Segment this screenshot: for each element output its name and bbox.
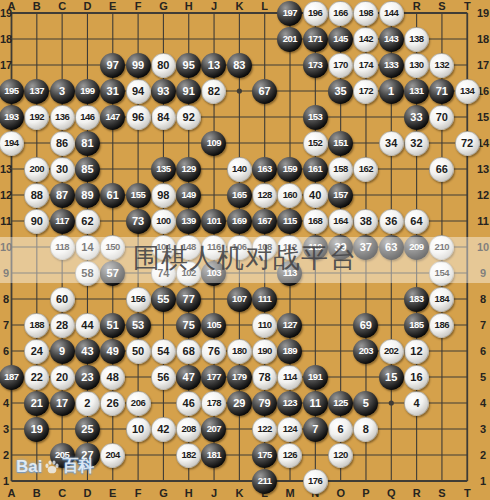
stone-C12: 87	[50, 183, 75, 208]
stone-R14: 32	[404, 131, 429, 156]
stone-L3: 122	[252, 417, 277, 442]
stone-H6: 68	[176, 339, 201, 364]
stone-M12: 160	[277, 183, 302, 208]
stone-N4: 11	[303, 391, 328, 416]
stone-E2: 204	[100, 443, 125, 468]
baidu-logo-latin: Bai	[16, 457, 42, 477]
stone-C8: 60	[50, 287, 75, 312]
stone-L7: 110	[252, 313, 277, 338]
stone-H4: 46	[176, 391, 201, 416]
stone-L6: 190	[252, 339, 277, 364]
stone-A16: 195	[0, 79, 24, 104]
stone-L11: 167	[252, 209, 277, 234]
stone-P4: 5	[353, 391, 378, 416]
baidu-logo-watermark: Bai 百科	[16, 456, 94, 477]
stone-B5: 22	[24, 365, 49, 390]
stone-M18: 201	[277, 27, 302, 52]
stone-H15: 92	[176, 105, 201, 130]
stone-E15: 147	[100, 105, 125, 130]
stone-B12: 88	[24, 183, 49, 208]
stone-E16: 31	[100, 79, 125, 104]
stone-N13: 161	[303, 157, 328, 182]
stone-H17: 95	[176, 53, 201, 78]
stone-E6: 49	[100, 339, 125, 364]
stone-J17: 13	[201, 53, 226, 78]
stone-C5: 20	[50, 365, 75, 390]
stone-H8: 77	[176, 287, 201, 312]
stone-M3: 124	[277, 417, 302, 442]
stone-H13: 129	[176, 157, 201, 182]
stone-J16: 82	[201, 79, 226, 104]
stone-B4: 21	[24, 391, 49, 416]
stone-G11: 100	[151, 209, 176, 234]
stone-G17: 80	[151, 53, 176, 78]
stone-O4: 125	[328, 391, 353, 416]
stone-H5: 47	[176, 365, 201, 390]
stone-N14: 152	[303, 131, 328, 156]
stone-L5: 78	[252, 365, 277, 390]
stone-G8: 55	[151, 287, 176, 312]
stone-C15: 136	[50, 105, 75, 130]
stone-P19: 198	[353, 1, 378, 26]
stone-P11: 38	[353, 209, 378, 234]
stone-P7: 69	[353, 313, 378, 338]
stone-A5: 187	[0, 365, 24, 390]
stone-O19: 166	[328, 1, 353, 26]
stone-D5: 23	[75, 365, 100, 390]
stone-S7: 186	[429, 313, 454, 338]
stone-J11: 101	[201, 209, 226, 234]
stone-M11: 115	[277, 209, 302, 234]
stone-N17: 173	[303, 53, 328, 78]
stone-S15: 70	[429, 105, 454, 130]
stone-C6: 9	[50, 339, 75, 364]
stone-D4: 2	[75, 391, 100, 416]
stone-S8: 184	[429, 287, 454, 312]
stone-D7: 44	[75, 313, 100, 338]
stone-T14: 72	[455, 131, 480, 156]
stone-L16: 67	[252, 79, 277, 104]
stone-H2: 182	[176, 443, 201, 468]
stone-O11: 164	[328, 209, 353, 234]
stone-E5: 48	[100, 365, 125, 390]
stone-H7: 75	[176, 313, 201, 338]
baidu-paw-icon	[44, 459, 60, 475]
stone-F6: 50	[126, 339, 151, 364]
stone-S13: 66	[429, 157, 454, 182]
stone-F8: 156	[126, 287, 151, 312]
stone-R8: 183	[404, 287, 429, 312]
stone-S17: 132	[429, 53, 454, 78]
stone-J4: 178	[201, 391, 226, 416]
stone-A15: 193	[0, 105, 24, 130]
stone-L1: 211	[252, 469, 277, 494]
stone-O14: 151	[328, 131, 353, 156]
stone-N3: 7	[303, 417, 328, 442]
stone-Q5: 15	[379, 365, 404, 390]
stone-R15: 33	[404, 105, 429, 130]
stone-J14: 109	[201, 131, 226, 156]
stone-M7: 127	[277, 313, 302, 338]
stone-H16: 91	[176, 79, 201, 104]
stone-N11: 168	[303, 209, 328, 234]
stone-K5: 179	[227, 365, 252, 390]
stone-F4: 206	[126, 391, 151, 416]
stone-L12: 128	[252, 183, 277, 208]
stone-S16: 71	[429, 79, 454, 104]
stone-G5: 56	[151, 365, 176, 390]
stone-B13: 200	[24, 157, 49, 182]
stone-H3: 208	[176, 417, 201, 442]
stone-F3: 10	[126, 417, 151, 442]
stone-H11: 139	[176, 209, 201, 234]
stone-Q17: 133	[379, 53, 404, 78]
stone-T16: 134	[455, 79, 480, 104]
baidu-logo-cjk: 百科	[62, 456, 94, 477]
stone-P6: 203	[353, 339, 378, 364]
stone-M4: 123	[277, 391, 302, 416]
stone-Q18: 143	[379, 27, 404, 52]
stone-L8: 111	[252, 287, 277, 312]
stone-Q19: 144	[379, 1, 404, 26]
stone-C13: 30	[50, 157, 75, 182]
stone-E17: 97	[100, 53, 125, 78]
stone-E7: 51	[100, 313, 125, 338]
stone-N19: 196	[303, 1, 328, 26]
stone-D11: 62	[75, 209, 100, 234]
stone-N12: 40	[303, 183, 328, 208]
stone-Q16: 1	[379, 79, 404, 104]
stone-K13: 140	[227, 157, 252, 182]
stone-D6: 43	[75, 339, 100, 364]
stone-B6: 24	[24, 339, 49, 364]
stone-B3: 19	[24, 417, 49, 442]
stone-G6: 54	[151, 339, 176, 364]
stone-K6: 180	[227, 339, 252, 364]
stone-R11: 64	[404, 209, 429, 234]
stone-D15: 146	[75, 105, 100, 130]
stone-J3: 207	[201, 417, 226, 442]
stone-C16: 3	[50, 79, 75, 104]
stone-L13: 163	[252, 157, 277, 182]
stone-P16: 172	[353, 79, 378, 104]
stone-P13: 162	[353, 157, 378, 182]
stone-R4: 4	[404, 391, 429, 416]
stone-K12: 165	[227, 183, 252, 208]
stone-B15: 192	[24, 105, 49, 130]
stone-G3: 42	[151, 417, 176, 442]
stone-K11: 169	[227, 209, 252, 234]
stone-O17: 170	[328, 53, 353, 78]
stone-D13: 85	[75, 157, 100, 182]
stone-R5: 16	[404, 365, 429, 390]
stone-O13: 158	[328, 157, 353, 182]
stone-F12: 155	[126, 183, 151, 208]
stone-H12: 149	[176, 183, 201, 208]
go-board-screenshot: ABCDEFGHJKLMNOPQRST ABCDEFGHJKLMNOPQRST …	[0, 0, 490, 500]
stone-R6: 12	[404, 339, 429, 364]
stone-J6: 76	[201, 339, 226, 364]
stone-R7: 185	[404, 313, 429, 338]
stone-F17: 99	[126, 53, 151, 78]
stone-J2: 181	[201, 443, 226, 468]
stone-B7: 188	[24, 313, 49, 338]
stone-G16: 93	[151, 79, 176, 104]
stone-D3: 25	[75, 417, 100, 442]
stone-O3: 6	[328, 417, 353, 442]
stone-R17: 130	[404, 53, 429, 78]
stone-C14: 86	[50, 131, 75, 156]
stone-C4: 17	[50, 391, 75, 416]
stone-O12: 157	[328, 183, 353, 208]
stone-D16: 199	[75, 79, 100, 104]
stone-K8: 107	[227, 287, 252, 312]
stone-G13: 135	[151, 157, 176, 182]
stone-M2: 126	[277, 443, 302, 468]
stone-A14: 194	[0, 131, 24, 156]
stone-M5: 114	[277, 365, 302, 390]
stone-O16: 35	[328, 79, 353, 104]
stone-R16: 131	[404, 79, 429, 104]
stone-D14: 81	[75, 131, 100, 156]
stone-N5: 191	[303, 365, 328, 390]
stone-D12: 89	[75, 183, 100, 208]
stone-O2: 120	[328, 443, 353, 468]
watermark-text: 围棋人机对战平台	[133, 240, 357, 276]
stone-C11: 117	[50, 209, 75, 234]
stone-Q14: 34	[379, 131, 404, 156]
stone-R18: 138	[404, 27, 429, 52]
stone-J5: 177	[201, 365, 226, 390]
stone-F16: 94	[126, 79, 151, 104]
stone-Q6: 202	[379, 339, 404, 364]
stone-M19: 197	[277, 1, 302, 26]
stone-G15: 84	[151, 105, 176, 130]
stone-P18: 142	[353, 27, 378, 52]
stone-K4: 29	[227, 391, 252, 416]
stone-P3: 8	[353, 417, 378, 442]
stone-L2: 175	[252, 443, 277, 468]
stone-M6: 189	[277, 339, 302, 364]
stone-N1: 176	[303, 469, 328, 494]
stone-J7: 105	[201, 313, 226, 338]
stone-N18: 171	[303, 27, 328, 52]
stone-M13: 159	[277, 157, 302, 182]
stone-G12: 98	[151, 183, 176, 208]
stone-E12: 61	[100, 183, 125, 208]
stone-F7: 53	[126, 313, 151, 338]
stone-P17: 174	[353, 53, 378, 78]
stone-N15: 153	[303, 105, 328, 130]
stone-B16: 137	[24, 79, 49, 104]
stone-B11: 90	[24, 209, 49, 234]
stone-K17: 83	[227, 53, 252, 78]
stone-F15: 96	[126, 105, 151, 130]
stone-O18: 145	[328, 27, 353, 52]
stone-Q11: 36	[379, 209, 404, 234]
stone-F11: 73	[126, 209, 151, 234]
stone-C7: 28	[50, 313, 75, 338]
stone-L4: 79	[252, 391, 277, 416]
stone-E4: 26	[100, 391, 125, 416]
